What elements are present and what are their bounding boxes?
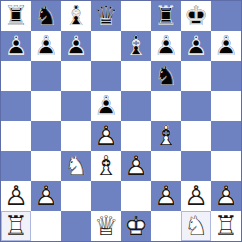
piece-outline-glyph: ♖: [1, 1, 31, 31]
square-d8[interactable]: ♛♕: [91, 1, 121, 31]
square-c6[interactable]: [61, 61, 91, 91]
square-e1[interactable]: ♚♔: [121, 211, 151, 241]
piece-black-pawn[interactable]: ♟♙: [151, 31, 181, 61]
piece-black-rook[interactable]: ♜♖: [151, 1, 181, 31]
square-g4[interactable]: [181, 121, 211, 151]
square-g7[interactable]: ♟♙: [181, 31, 211, 61]
piece-outline-glyph: ♙: [61, 31, 91, 61]
square-g2[interactable]: ♟♙: [181, 181, 211, 211]
piece-white-rook[interactable]: ♜♖: [1, 211, 31, 241]
square-h4[interactable]: [211, 121, 241, 151]
piece-white-queen[interactable]: ♛♕: [91, 211, 121, 241]
square-a2[interactable]: ♟♙: [1, 181, 31, 211]
piece-white-pawn[interactable]: ♟♙: [1, 181, 31, 211]
piece-black-bishop[interactable]: ♝♗: [121, 31, 151, 61]
square-e5[interactable]: [121, 91, 151, 121]
square-d5[interactable]: ♟♙: [91, 91, 121, 121]
piece-outline-glyph: ♙: [181, 31, 211, 61]
piece-black-bishop[interactable]: ♝♗: [61, 1, 91, 31]
square-d1[interactable]: ♛♕: [91, 211, 121, 241]
piece-outline-glyph: ♙: [151, 181, 181, 211]
square-a7[interactable]: ♟♙: [1, 31, 31, 61]
square-f4[interactable]: ♝♗: [151, 121, 181, 151]
square-e4[interactable]: [121, 121, 151, 151]
square-b1[interactable]: [31, 211, 61, 241]
piece-white-knight[interactable]: ♞♘: [181, 211, 211, 241]
square-a1[interactable]: ♜♖: [1, 211, 31, 241]
square-g3[interactable]: [181, 151, 211, 181]
piece-white-pawn[interactable]: ♟♙: [121, 151, 151, 181]
piece-white-rook[interactable]: ♜♖: [211, 211, 241, 241]
piece-white-king[interactable]: ♚♔: [121, 211, 151, 241]
piece-white-pawn[interactable]: ♟♙: [91, 121, 121, 151]
piece-outline-glyph: ♙: [151, 31, 181, 61]
piece-black-knight[interactable]: ♞♘: [31, 1, 61, 31]
square-c2[interactable]: [61, 181, 91, 211]
piece-black-knight[interactable]: ♞♘: [151, 61, 181, 91]
piece-outline-glyph: ♙: [31, 31, 61, 61]
square-g8[interactable]: ♚♔: [181, 1, 211, 31]
square-f8[interactable]: ♜♖: [151, 1, 181, 31]
square-c1[interactable]: [61, 211, 91, 241]
square-b6[interactable]: [31, 61, 61, 91]
piece-outline-glyph: ♖: [151, 1, 181, 31]
square-e6[interactable]: [121, 61, 151, 91]
square-f6[interactable]: ♞♘: [151, 61, 181, 91]
piece-outline-glyph: ♘: [61, 151, 91, 181]
square-g6[interactable]: [181, 61, 211, 91]
square-c4[interactable]: [61, 121, 91, 151]
square-c3[interactable]: ♞♘: [61, 151, 91, 181]
square-d7[interactable]: [91, 31, 121, 61]
square-c7[interactable]: ♟♙: [61, 31, 91, 61]
square-f1[interactable]: [151, 211, 181, 241]
square-h6[interactable]: [211, 61, 241, 91]
square-d2[interactable]: [91, 181, 121, 211]
piece-outline-glyph: ♙: [1, 181, 31, 211]
square-b5[interactable]: [31, 91, 61, 121]
piece-outline-glyph: ♙: [91, 121, 121, 151]
square-a8[interactable]: ♜♖: [1, 1, 31, 31]
piece-white-bishop[interactable]: ♝♗: [91, 151, 121, 181]
piece-white-pawn[interactable]: ♟♙: [31, 181, 61, 211]
chess-board: ♜♖♞♘♝♗♛♕♜♖♚♔♟♙♟♙♟♙♝♗♟♙♟♙♟♙♞♘♟♙♟♙♝♗♞♘♝♗♟♙…: [0, 0, 242, 242]
piece-outline-glyph: ♕: [91, 211, 121, 241]
piece-outline-glyph: ♘: [181, 211, 211, 241]
square-f2[interactable]: ♟♙: [151, 181, 181, 211]
square-d4[interactable]: ♟♙: [91, 121, 121, 151]
piece-outline-glyph: ♖: [1, 211, 31, 241]
piece-black-rook[interactable]: ♜♖: [1, 1, 31, 31]
piece-outline-glyph: ♙: [91, 91, 121, 121]
square-f7[interactable]: ♟♙: [151, 31, 181, 61]
piece-outline-glyph: ♙: [121, 151, 151, 181]
square-h7[interactable]: ♟♙: [211, 31, 241, 61]
piece-outline-glyph: ♗: [151, 121, 181, 151]
square-g5[interactable]: [181, 91, 211, 121]
piece-white-knight[interactable]: ♞♘: [61, 151, 91, 181]
square-h8[interactable]: [211, 1, 241, 31]
piece-outline-glyph: ♙: [1, 31, 31, 61]
square-a5[interactable]: [1, 91, 31, 121]
piece-outline-glyph: ♔: [121, 211, 151, 241]
square-c8[interactable]: ♝♗: [61, 1, 91, 31]
square-e3[interactable]: ♟♙: [121, 151, 151, 181]
square-d6[interactable]: [91, 61, 121, 91]
square-a3[interactable]: [1, 151, 31, 181]
piece-outline-glyph: ♙: [181, 181, 211, 211]
square-b4[interactable]: [31, 121, 61, 151]
piece-outline-glyph: ♕: [91, 1, 121, 31]
piece-white-pawn[interactable]: ♟♙: [211, 181, 241, 211]
square-a4[interactable]: [1, 121, 31, 151]
piece-white-pawn[interactable]: ♟♙: [181, 181, 211, 211]
square-e8[interactable]: [121, 1, 151, 31]
square-f5[interactable]: [151, 91, 181, 121]
piece-black-pawn[interactable]: ♟♙: [1, 31, 31, 61]
piece-black-king[interactable]: ♚♔: [181, 1, 211, 31]
square-h1[interactable]: ♜♖: [211, 211, 241, 241]
piece-outline-glyph: ♙: [31, 181, 61, 211]
square-a6[interactable]: [1, 61, 31, 91]
square-c5[interactable]: [61, 91, 91, 121]
piece-outline-glyph: ♙: [211, 31, 241, 61]
piece-outline-glyph: ♙: [211, 181, 241, 211]
piece-outline-glyph: ♘: [151, 61, 181, 91]
piece-outline-glyph: ♖: [211, 211, 241, 241]
square-b2[interactable]: ♟♙: [31, 181, 61, 211]
piece-outline-glyph: ♔: [181, 1, 211, 31]
square-g1[interactable]: ♞♘: [181, 211, 211, 241]
square-e2[interactable]: [121, 181, 151, 211]
piece-black-queen[interactable]: ♛♕: [91, 1, 121, 31]
piece-outline-glyph: ♗: [61, 1, 91, 31]
square-h3[interactable]: [211, 151, 241, 181]
square-h5[interactable]: [211, 91, 241, 121]
piece-white-bishop[interactable]: ♝♗: [151, 121, 181, 151]
piece-outline-glyph: ♗: [121, 31, 151, 61]
piece-black-pawn[interactable]: ♟♙: [61, 31, 91, 61]
piece-outline-glyph: ♘: [31, 1, 61, 31]
piece-black-pawn[interactable]: ♟♙: [181, 31, 211, 61]
piece-white-pawn[interactable]: ♟♙: [151, 181, 181, 211]
piece-black-pawn[interactable]: ♟♙: [31, 31, 61, 61]
square-d3[interactable]: ♝♗: [91, 151, 121, 181]
piece-black-pawn[interactable]: ♟♙: [211, 31, 241, 61]
square-e7[interactable]: ♝♗: [121, 31, 151, 61]
piece-outline-glyph: ♗: [91, 151, 121, 181]
square-f3[interactable]: [151, 151, 181, 181]
square-b3[interactable]: [31, 151, 61, 181]
square-b7[interactable]: ♟♙: [31, 31, 61, 61]
square-h2[interactable]: ♟♙: [211, 181, 241, 211]
square-b8[interactable]: ♞♘: [31, 1, 61, 31]
piece-black-pawn[interactable]: ♟♙: [91, 91, 121, 121]
